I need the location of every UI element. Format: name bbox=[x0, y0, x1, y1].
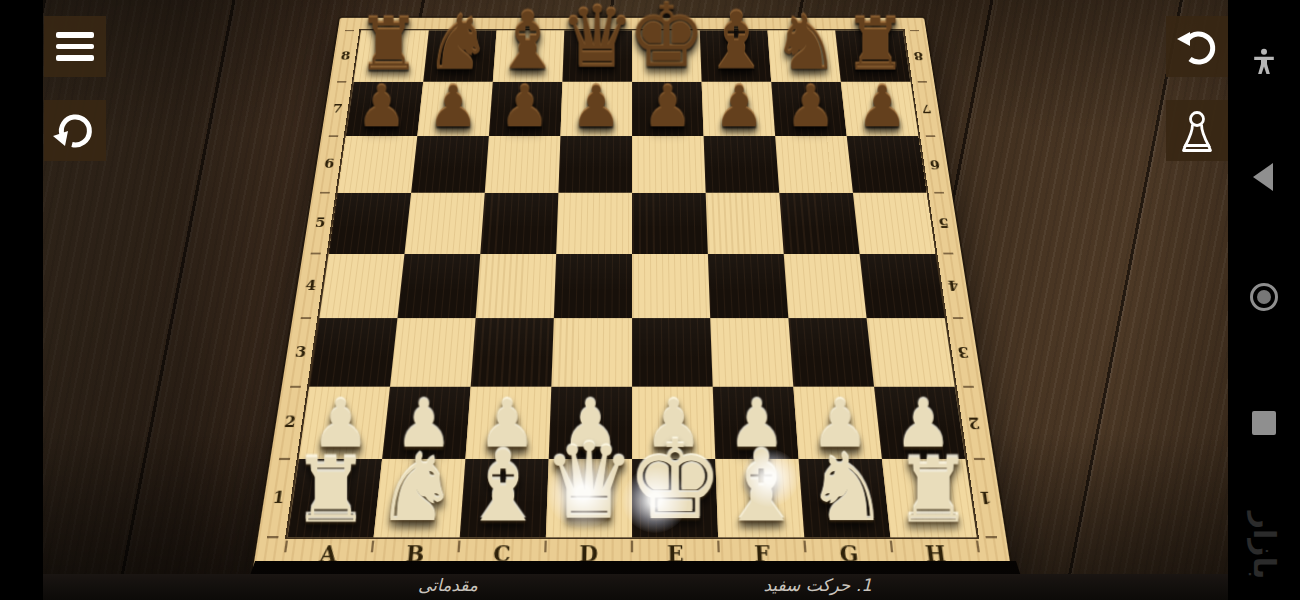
white-rook-h1[interactable]: ♜ bbox=[894, 447, 973, 535]
square-e6[interactable] bbox=[632, 136, 706, 193]
move-indicator: 1. حرکت سفید bbox=[763, 575, 872, 595]
black-pawn-e7[interactable]: ♟ bbox=[642, 78, 693, 134]
square-b4[interactable] bbox=[397, 254, 480, 318]
square-a3[interactable] bbox=[309, 318, 397, 386]
piece-style-button[interactable] bbox=[1166, 100, 1228, 161]
rotate-board-button[interactable] bbox=[44, 100, 106, 161]
square-e3[interactable] bbox=[632, 318, 713, 386]
square-d6[interactable] bbox=[558, 136, 632, 193]
home-button[interactable] bbox=[1228, 281, 1300, 313]
black-pawn-g7[interactable]: ♟ bbox=[785, 78, 836, 134]
black-knight-b8[interactable]: ♞ bbox=[425, 5, 492, 80]
lens-flare bbox=[622, 467, 688, 533]
border-tick bbox=[267, 536, 279, 538]
recents-icon bbox=[1251, 410, 1277, 436]
square-d7[interactable]: ♟ bbox=[560, 82, 632, 136]
level-label: مقدماتی bbox=[373, 575, 523, 595]
square-a4[interactable] bbox=[319, 254, 404, 318]
square-a7[interactable]: ♟ bbox=[346, 82, 423, 136]
black-pawn-b7[interactable]: ♟ bbox=[428, 78, 479, 134]
border-tick bbox=[329, 135, 339, 137]
square-c7[interactable]: ♟ bbox=[489, 82, 563, 136]
black-rook-a8[interactable]: ♜ bbox=[357, 9, 421, 80]
square-c4[interactable] bbox=[476, 254, 557, 318]
square-g4[interactable] bbox=[784, 254, 867, 318]
black-king-e8[interactable]: ♚ bbox=[627, 0, 706, 80]
left-letterbox bbox=[0, 0, 43, 600]
border-tick bbox=[345, 30, 354, 31]
recents-button[interactable] bbox=[1228, 410, 1300, 436]
border-tick bbox=[976, 541, 980, 553]
square-c1[interactable]: ♝ bbox=[460, 459, 549, 537]
square-h5[interactable] bbox=[853, 193, 935, 254]
square-c6[interactable] bbox=[485, 136, 561, 193]
black-pawn-c7[interactable]: ♟ bbox=[499, 78, 550, 134]
square-a5[interactable] bbox=[329, 193, 411, 254]
border-tick bbox=[337, 81, 346, 83]
square-g1[interactable]: ♞ bbox=[799, 459, 891, 537]
white-knight-b1[interactable]: ♞ bbox=[375, 442, 458, 535]
white-rook-a1[interactable]: ♜ bbox=[291, 447, 370, 535]
square-b6[interactable] bbox=[411, 136, 489, 193]
accessibility-button[interactable] bbox=[1228, 48, 1300, 78]
home-icon bbox=[1248, 281, 1280, 313]
pawn-icon bbox=[1175, 107, 1219, 155]
menu-button[interactable] bbox=[44, 16, 106, 77]
back-button[interactable] bbox=[1228, 160, 1300, 194]
accessibility-icon bbox=[1250, 48, 1278, 78]
square-c5[interactable] bbox=[480, 193, 558, 254]
black-knight-g8[interactable]: ♞ bbox=[772, 5, 839, 80]
border-tick bbox=[717, 541, 720, 553]
black-pawn-a7[interactable]: ♟ bbox=[356, 78, 407, 134]
border-tick bbox=[910, 30, 919, 31]
rotate-icon bbox=[52, 108, 98, 154]
square-c3[interactable] bbox=[471, 318, 554, 386]
square-d3[interactable] bbox=[551, 318, 632, 386]
square-a1[interactable]: ♜ bbox=[287, 459, 382, 537]
square-h7[interactable]: ♟ bbox=[841, 82, 918, 136]
border-tick bbox=[544, 541, 547, 553]
menu-icon bbox=[56, 32, 94, 61]
square-g7[interactable]: ♟ bbox=[771, 82, 846, 136]
square-d4[interactable] bbox=[554, 254, 632, 318]
black-queen-d8[interactable]: ♛ bbox=[559, 0, 634, 80]
square-g5[interactable] bbox=[779, 193, 859, 254]
square-h4[interactable] bbox=[860, 254, 945, 318]
square-a6[interactable] bbox=[337, 136, 417, 193]
border-tick bbox=[301, 317, 312, 319]
undo-icon bbox=[1175, 25, 1219, 69]
border-tick bbox=[953, 317, 964, 319]
square-f3[interactable] bbox=[710, 318, 793, 386]
board-grid: ♜♞♝♛♚♝♞♜♟♟♟♟♟♟♟♟♟♟♟♟♟♟♟♟♜♞♝♛♚♝♞♜ bbox=[287, 31, 976, 538]
border-tick bbox=[631, 541, 633, 553]
bazaar-logo: بازار bbox=[1247, 510, 1282, 582]
square-b1[interactable]: ♞ bbox=[374, 459, 466, 537]
black-bishop-c8[interactable]: ♝ bbox=[492, 1, 563, 80]
square-h6[interactable] bbox=[847, 136, 927, 193]
square-e4[interactable] bbox=[632, 254, 710, 318]
undo-move-button[interactable] bbox=[1166, 16, 1228, 77]
square-h1[interactable]: ♜ bbox=[882, 459, 977, 537]
square-b7[interactable]: ♟ bbox=[417, 82, 492, 136]
border-tick bbox=[918, 81, 927, 83]
border-tick bbox=[985, 536, 997, 538]
square-g3[interactable] bbox=[788, 318, 874, 386]
square-f4[interactable] bbox=[708, 254, 789, 318]
status-bar: مقدماتی 1. حرکت سفید bbox=[43, 574, 1228, 600]
screen: ♜♞♝♛♚♝♞♜♟♟♟♟♟♟♟♟♟♟♟♟♟♟♟♟♜♞♝♛♚♝♞♜ 8765432… bbox=[0, 0, 1300, 600]
square-f5[interactable] bbox=[706, 193, 784, 254]
square-b3[interactable] bbox=[390, 318, 476, 386]
square-e7[interactable]: ♟ bbox=[632, 82, 704, 136]
square-g6[interactable] bbox=[775, 136, 853, 193]
black-rook-h8[interactable]: ♜ bbox=[843, 9, 907, 80]
lens-flare bbox=[741, 449, 799, 507]
square-f6[interactable] bbox=[704, 136, 780, 193]
square-e5[interactable] bbox=[632, 193, 708, 254]
black-bishop-f8[interactable]: ♝ bbox=[701, 1, 772, 80]
square-d5[interactable] bbox=[556, 193, 632, 254]
black-pawn-d7[interactable]: ♟ bbox=[571, 78, 622, 134]
square-b5[interactable] bbox=[404, 193, 484, 254]
white-knight-g1[interactable]: ♞ bbox=[806, 442, 889, 535]
black-pawn-f7[interactable]: ♟ bbox=[714, 78, 765, 134]
square-h3[interactable] bbox=[867, 318, 955, 386]
back-icon bbox=[1249, 160, 1279, 194]
android-nav-bar: بازار bbox=[1228, 0, 1300, 600]
lens-flare bbox=[547, 457, 619, 529]
white-bishop-c1[interactable]: ♝ bbox=[459, 437, 546, 534]
black-pawn-h7[interactable]: ♟ bbox=[857, 78, 908, 134]
square-f7[interactable]: ♟ bbox=[702, 82, 776, 136]
